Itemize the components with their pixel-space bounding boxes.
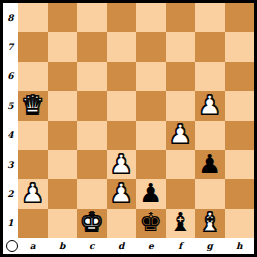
square-d4[interactable] — [107, 121, 137, 150]
square-g2[interactable] — [195, 179, 225, 208]
file-label-a: a — [18, 238, 48, 254]
square-g1[interactable]: ♝ — [195, 209, 225, 238]
file-label-h: h — [225, 238, 255, 254]
rank-label-4: 4 — [3, 121, 18, 150]
white-to-move-circle-icon — [6, 240, 18, 252]
square-d2[interactable]: ♟ — [107, 179, 137, 208]
square-f2[interactable] — [166, 179, 196, 208]
white-pawn[interactable]: ♟ — [110, 180, 133, 206]
square-g7[interactable] — [195, 32, 225, 61]
square-b2[interactable] — [48, 179, 78, 208]
square-c5[interactable] — [77, 91, 107, 120]
square-f3[interactable] — [166, 150, 196, 179]
square-h3[interactable] — [225, 150, 255, 179]
square-b5[interactable] — [48, 91, 78, 120]
square-c6[interactable] — [77, 62, 107, 91]
square-c4[interactable] — [77, 121, 107, 150]
square-a7[interactable] — [18, 32, 48, 61]
square-e1[interactable]: ♚ — [136, 209, 166, 238]
white-queen[interactable]: ♛ — [21, 92, 44, 118]
black-pawn[interactable]: ♟ — [198, 151, 221, 177]
square-d1[interactable] — [107, 209, 137, 238]
square-d7[interactable] — [107, 32, 137, 61]
white-pawn[interactable]: ♟ — [21, 180, 44, 206]
square-h2[interactable] — [225, 179, 255, 208]
square-f8[interactable] — [166, 3, 196, 32]
square-e6[interactable] — [136, 62, 166, 91]
square-d3[interactable]: ♟ — [107, 150, 137, 179]
black-pawn[interactable]: ♟ — [139, 180, 162, 206]
rank-label-6: 6 — [3, 62, 18, 91]
square-h7[interactable] — [225, 32, 255, 61]
square-c8[interactable] — [77, 3, 107, 32]
square-a6[interactable] — [18, 62, 48, 91]
square-h1[interactable] — [225, 209, 255, 238]
file-label-c: c — [77, 238, 107, 254]
square-h8[interactable] — [225, 3, 255, 32]
side-to-move-indicator — [3, 238, 18, 254]
square-c3[interactable] — [77, 150, 107, 179]
square-h4[interactable] — [225, 121, 255, 150]
white-bishop[interactable]: ♝ — [198, 209, 221, 235]
square-a3[interactable] — [18, 150, 48, 179]
rank-label-5: 5 — [3, 91, 18, 120]
square-e5[interactable] — [136, 91, 166, 120]
square-a1[interactable] — [18, 209, 48, 238]
file-label-f: f — [166, 238, 196, 254]
square-g6[interactable] — [195, 62, 225, 91]
square-f6[interactable] — [166, 62, 196, 91]
rank-label-8: 8 — [3, 3, 18, 32]
square-d6[interactable] — [107, 62, 137, 91]
square-b8[interactable] — [48, 3, 78, 32]
square-a5[interactable]: ♛ — [18, 91, 48, 120]
square-b6[interactable] — [48, 62, 78, 91]
square-e4[interactable] — [136, 121, 166, 150]
square-g3[interactable]: ♟ — [195, 150, 225, 179]
square-a2[interactable]: ♟ — [18, 179, 48, 208]
square-e2[interactable]: ♟ — [136, 179, 166, 208]
square-h5[interactable] — [225, 91, 255, 120]
square-f5[interactable] — [166, 91, 196, 120]
black-bishop[interactable]: ♝ — [169, 209, 192, 235]
square-f4[interactable]: ♟ — [166, 121, 196, 150]
square-g8[interactable] — [195, 3, 225, 32]
square-c2[interactable] — [77, 179, 107, 208]
square-f7[interactable] — [166, 32, 196, 61]
square-d8[interactable] — [107, 3, 137, 32]
square-c1[interactable]: ♚ — [77, 209, 107, 238]
square-f1[interactable]: ♝ — [166, 209, 196, 238]
file-label-e: e — [136, 238, 166, 254]
white-pawn[interactable]: ♟ — [198, 92, 221, 118]
rank-label-1: 1 — [3, 209, 18, 238]
square-c7[interactable] — [77, 32, 107, 61]
square-h6[interactable] — [225, 62, 255, 91]
square-d5[interactable] — [107, 91, 137, 120]
white-pawn[interactable]: ♟ — [169, 121, 192, 147]
square-e7[interactable] — [136, 32, 166, 61]
black-king[interactable]: ♚ — [139, 209, 162, 235]
square-b4[interactable] — [48, 121, 78, 150]
rank-label-7: 7 — [3, 32, 18, 61]
square-g4[interactable] — [195, 121, 225, 150]
square-e3[interactable] — [136, 150, 166, 179]
file-label-g: g — [195, 238, 225, 254]
file-label-d: d — [107, 238, 137, 254]
square-e8[interactable] — [136, 3, 166, 32]
square-b1[interactable] — [48, 209, 78, 238]
square-g5[interactable]: ♟ — [195, 91, 225, 120]
rank-label-2: 2 — [3, 179, 18, 208]
square-b3[interactable] — [48, 150, 78, 179]
square-a8[interactable] — [18, 3, 48, 32]
white-pawn[interactable]: ♟ — [110, 151, 133, 177]
square-b7[interactable] — [48, 32, 78, 61]
square-a4[interactable] — [18, 121, 48, 150]
file-label-b: b — [48, 238, 78, 254]
chess-board: 8765♛♟4♟3♟♟2♟♟♟1♚♚♝♝abcdefgh — [0, 0, 257, 257]
white-king[interactable]: ♚ — [80, 209, 103, 235]
rank-label-3: 3 — [3, 150, 18, 179]
